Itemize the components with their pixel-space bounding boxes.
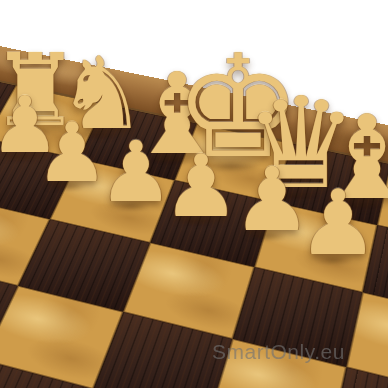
product-photo-scene: ♜♞♟♝♚♟♛♝♟♟♟♟ SmartOnly.eu (0, 0, 388, 388)
watermark-text: SmartOnly.eu (212, 340, 345, 364)
chess-board (0, 36, 388, 388)
